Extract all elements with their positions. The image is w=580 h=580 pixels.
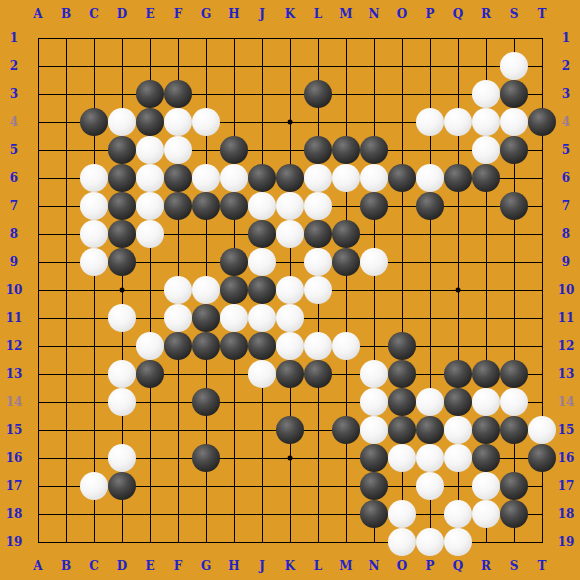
intersection[interactable] [276, 472, 304, 500]
intersection[interactable] [416, 500, 444, 528]
white-stone [332, 332, 360, 360]
intersection[interactable] [528, 248, 556, 276]
intersection[interactable] [220, 416, 248, 444]
intersection[interactable] [192, 416, 220, 444]
white-stone [304, 276, 332, 304]
black-stone [332, 136, 360, 164]
intersection[interactable] [164, 220, 192, 248]
black-stone [108, 248, 136, 276]
black-stone [500, 192, 528, 220]
intersection[interactable] [416, 360, 444, 388]
intersection[interactable] [52, 416, 80, 444]
intersection[interactable] [136, 444, 164, 472]
column-label-top: F [174, 8, 183, 20]
intersection[interactable] [528, 388, 556, 416]
intersection[interactable] [332, 108, 360, 136]
intersection[interactable] [276, 500, 304, 528]
intersection[interactable] [136, 52, 164, 80]
intersection[interactable] [136, 276, 164, 304]
intersection[interactable] [164, 444, 192, 472]
intersection[interactable] [52, 164, 80, 192]
intersection[interactable] [388, 136, 416, 164]
intersection[interactable] [248, 52, 276, 80]
intersection[interactable] [360, 108, 388, 136]
intersection[interactable] [220, 388, 248, 416]
intersection[interactable] [80, 80, 108, 108]
intersection[interactable] [80, 52, 108, 80]
intersection[interactable] [220, 472, 248, 500]
intersection[interactable] [332, 388, 360, 416]
black-stone [528, 108, 556, 136]
intersection[interactable] [52, 276, 80, 304]
row-label-left: 11 [6, 312, 23, 324]
white-stone [108, 108, 136, 136]
intersection[interactable] [248, 108, 276, 136]
intersection[interactable] [332, 444, 360, 472]
intersection[interactable] [416, 332, 444, 360]
intersection[interactable] [360, 276, 388, 304]
row-label-right: 5 [562, 144, 570, 156]
intersection[interactable] [52, 220, 80, 248]
intersection[interactable] [136, 472, 164, 500]
intersection[interactable] [248, 472, 276, 500]
intersection[interactable] [304, 52, 332, 80]
intersection[interactable] [360, 304, 388, 332]
black-stone [248, 276, 276, 304]
intersection[interactable] [444, 304, 472, 332]
intersection[interactable] [444, 276, 472, 304]
white-stone [136, 220, 164, 248]
black-stone [192, 192, 220, 220]
intersection[interactable] [164, 472, 192, 500]
column-label-bottom: H [228, 560, 239, 572]
intersection[interactable] [500, 164, 528, 192]
intersection[interactable] [248, 24, 276, 52]
intersection[interactable] [220, 360, 248, 388]
intersection[interactable] [416, 80, 444, 108]
intersection[interactable] [416, 304, 444, 332]
intersection[interactable] [52, 304, 80, 332]
white-stone [80, 220, 108, 248]
intersection[interactable] [472, 24, 500, 52]
black-stone [332, 248, 360, 276]
intersection[interactable] [80, 388, 108, 416]
intersection[interactable] [500, 332, 528, 360]
intersection[interactable] [416, 220, 444, 248]
intersection[interactable] [52, 80, 80, 108]
intersection[interactable] [192, 248, 220, 276]
intersection[interactable] [80, 528, 108, 556]
go-board[interactable]: AABBCCDDEEFFGGHHJJKKLLMMNNOOPPQQRRSSTT11… [0, 0, 580, 580]
black-stone [444, 164, 472, 192]
intersection[interactable] [248, 500, 276, 528]
intersection[interactable] [500, 220, 528, 248]
intersection[interactable] [108, 52, 136, 80]
intersection[interactable] [164, 52, 192, 80]
intersection[interactable] [52, 472, 80, 500]
intersection[interactable] [444, 248, 472, 276]
intersection[interactable] [108, 80, 136, 108]
intersection[interactable] [416, 136, 444, 164]
intersection[interactable] [360, 52, 388, 80]
intersection[interactable] [388, 80, 416, 108]
intersection[interactable] [332, 192, 360, 220]
white-stone [80, 472, 108, 500]
column-label-bottom: M [339, 560, 352, 572]
intersection[interactable] [24, 444, 52, 472]
intersection[interactable] [24, 52, 52, 80]
black-stone [472, 164, 500, 192]
white-stone [248, 192, 276, 220]
intersection[interactable] [164, 528, 192, 556]
intersection[interactable] [52, 136, 80, 164]
intersection[interactable] [108, 332, 136, 360]
intersection[interactable] [388, 24, 416, 52]
column-label-bottom: E [145, 560, 154, 572]
column-label-bottom: O [397, 560, 407, 572]
intersection[interactable] [220, 500, 248, 528]
intersection[interactable] [192, 472, 220, 500]
intersection[interactable] [24, 388, 52, 416]
intersection[interactable] [472, 304, 500, 332]
white-stone [472, 108, 500, 136]
column-label-top: J [259, 8, 265, 20]
intersection[interactable] [220, 220, 248, 248]
intersection[interactable] [500, 24, 528, 52]
black-stone [416, 192, 444, 220]
row-label-right: 16 [558, 452, 575, 464]
column-label-top: O [397, 8, 407, 20]
intersection[interactable] [360, 220, 388, 248]
intersection[interactable] [24, 164, 52, 192]
intersection[interactable] [80, 332, 108, 360]
intersection[interactable] [108, 416, 136, 444]
intersection[interactable] [52, 332, 80, 360]
intersection[interactable] [220, 528, 248, 556]
black-stone [108, 136, 136, 164]
white-stone [276, 304, 304, 332]
intersection[interactable] [528, 500, 556, 528]
intersection[interactable] [332, 360, 360, 388]
white-stone [108, 388, 136, 416]
black-stone [80, 108, 108, 136]
intersection[interactable] [500, 276, 528, 304]
intersection[interactable] [332, 304, 360, 332]
intersection[interactable] [388, 276, 416, 304]
intersection[interactable] [192, 80, 220, 108]
intersection[interactable] [248, 80, 276, 108]
intersection[interactable] [388, 192, 416, 220]
white-stone [164, 276, 192, 304]
intersection[interactable] [332, 500, 360, 528]
intersection[interactable] [528, 52, 556, 80]
intersection[interactable] [52, 360, 80, 388]
intersection[interactable] [248, 388, 276, 416]
row-label-left: 12 [6, 340, 23, 352]
white-stone [360, 248, 388, 276]
intersection[interactable] [528, 220, 556, 248]
intersection[interactable] [304, 500, 332, 528]
intersection[interactable] [24, 192, 52, 220]
intersection[interactable] [80, 304, 108, 332]
black-stone [360, 192, 388, 220]
white-stone [304, 164, 332, 192]
intersection[interactable] [276, 528, 304, 556]
intersection[interactable] [52, 500, 80, 528]
intersection[interactable] [80, 24, 108, 52]
intersection[interactable] [444, 220, 472, 248]
intersection[interactable] [108, 500, 136, 528]
intersection[interactable] [80, 136, 108, 164]
intersection[interactable] [304, 472, 332, 500]
column-label-bottom: G [201, 560, 211, 572]
intersection[interactable] [528, 80, 556, 108]
intersection[interactable] [500, 528, 528, 556]
white-stone [528, 416, 556, 444]
intersection[interactable] [304, 24, 332, 52]
intersection[interactable] [276, 80, 304, 108]
intersection[interactable] [136, 304, 164, 332]
intersection[interactable] [136, 416, 164, 444]
intersection[interactable] [444, 332, 472, 360]
intersection[interactable] [248, 528, 276, 556]
intersection[interactable] [332, 52, 360, 80]
intersection[interactable] [528, 192, 556, 220]
column-label-top: H [228, 8, 239, 20]
intersection[interactable] [444, 24, 472, 52]
white-stone [220, 304, 248, 332]
intersection[interactable] [52, 108, 80, 136]
black-stone [108, 164, 136, 192]
intersection[interactable] [444, 192, 472, 220]
intersection[interactable] [304, 444, 332, 472]
intersection[interactable] [472, 192, 500, 220]
intersection[interactable] [276, 248, 304, 276]
intersection[interactable] [192, 500, 220, 528]
intersection[interactable] [528, 164, 556, 192]
row-label-right: 10 [558, 284, 575, 296]
intersection[interactable] [220, 444, 248, 472]
intersection[interactable] [276, 444, 304, 472]
intersection[interactable] [500, 248, 528, 276]
intersection[interactable] [472, 528, 500, 556]
intersection[interactable] [24, 80, 52, 108]
intersection[interactable] [304, 108, 332, 136]
intersection[interactable] [164, 500, 192, 528]
intersection[interactable] [472, 248, 500, 276]
intersection[interactable] [108, 276, 136, 304]
column-label-top: D [117, 8, 127, 20]
intersection[interactable] [52, 528, 80, 556]
intersection[interactable] [24, 220, 52, 248]
intersection[interactable] [472, 332, 500, 360]
column-label-bottom: B [61, 560, 71, 572]
intersection[interactable] [304, 528, 332, 556]
black-stone [360, 500, 388, 528]
intersection[interactable] [136, 528, 164, 556]
intersection[interactable] [528, 528, 556, 556]
intersection[interactable] [444, 136, 472, 164]
intersection[interactable] [52, 388, 80, 416]
intersection[interactable] [472, 52, 500, 80]
intersection[interactable] [276, 24, 304, 52]
intersection[interactable] [388, 248, 416, 276]
intersection[interactable] [528, 24, 556, 52]
white-stone [500, 388, 528, 416]
black-stone [220, 248, 248, 276]
intersection[interactable] [108, 528, 136, 556]
intersection[interactable] [192, 136, 220, 164]
white-stone [444, 528, 472, 556]
intersection[interactable] [108, 24, 136, 52]
intersection[interactable] [528, 472, 556, 500]
intersection[interactable] [276, 388, 304, 416]
intersection[interactable] [332, 24, 360, 52]
intersection[interactable] [388, 472, 416, 500]
white-stone [192, 108, 220, 136]
intersection[interactable] [248, 136, 276, 164]
black-stone [192, 332, 220, 360]
intersection[interactable] [24, 416, 52, 444]
intersection[interactable] [332, 472, 360, 500]
row-label-left: 18 [6, 508, 23, 520]
black-stone [304, 360, 332, 388]
intersection[interactable] [528, 360, 556, 388]
intersection[interactable] [164, 360, 192, 388]
intersection[interactable] [360, 80, 388, 108]
intersection[interactable] [192, 220, 220, 248]
row-label-left: 19 [6, 536, 23, 548]
intersection[interactable] [388, 52, 416, 80]
intersection[interactable] [52, 52, 80, 80]
intersection[interactable] [24, 528, 52, 556]
intersection[interactable] [276, 108, 304, 136]
black-stone [388, 332, 416, 360]
intersection[interactable] [52, 24, 80, 52]
intersection[interactable] [444, 80, 472, 108]
intersection[interactable] [388, 108, 416, 136]
intersection[interactable] [24, 472, 52, 500]
intersection[interactable] [136, 24, 164, 52]
intersection[interactable] [164, 388, 192, 416]
intersection[interactable] [276, 136, 304, 164]
intersection[interactable] [24, 24, 52, 52]
intersection[interactable] [164, 24, 192, 52]
white-stone [304, 248, 332, 276]
intersection[interactable] [248, 416, 276, 444]
column-label-top: C [89, 8, 99, 20]
intersection[interactable] [220, 108, 248, 136]
intersection[interactable] [276, 52, 304, 80]
intersection[interactable] [136, 500, 164, 528]
intersection[interactable] [416, 24, 444, 52]
intersection[interactable] [220, 52, 248, 80]
intersection[interactable] [52, 192, 80, 220]
intersection[interactable] [472, 276, 500, 304]
intersection[interactable] [24, 500, 52, 528]
intersection[interactable] [388, 304, 416, 332]
row-label-right: 14 [558, 396, 575, 408]
intersection[interactable] [444, 52, 472, 80]
intersection[interactable] [500, 444, 528, 472]
intersection[interactable] [192, 528, 220, 556]
white-stone [472, 472, 500, 500]
column-label-bottom: A [33, 560, 42, 572]
intersection[interactable] [332, 276, 360, 304]
intersection[interactable] [80, 276, 108, 304]
black-stone [472, 360, 500, 388]
intersection[interactable] [80, 500, 108, 528]
intersection[interactable] [360, 528, 388, 556]
intersection[interactable] [528, 276, 556, 304]
black-stone [528, 444, 556, 472]
intersection[interactable] [416, 52, 444, 80]
black-stone [248, 332, 276, 360]
intersection[interactable] [24, 360, 52, 388]
intersection[interactable] [192, 52, 220, 80]
intersection[interactable] [52, 248, 80, 276]
intersection[interactable] [24, 248, 52, 276]
intersection[interactable] [164, 416, 192, 444]
intersection[interactable] [416, 248, 444, 276]
intersection[interactable] [248, 444, 276, 472]
black-stone [360, 472, 388, 500]
intersection[interactable] [220, 80, 248, 108]
intersection[interactable] [24, 136, 52, 164]
row-label-left: 9 [10, 256, 18, 268]
intersection[interactable] [332, 80, 360, 108]
white-stone [500, 52, 528, 80]
intersection[interactable] [24, 276, 52, 304]
black-stone [164, 332, 192, 360]
intersection[interactable] [388, 220, 416, 248]
intersection[interactable] [24, 332, 52, 360]
white-stone [108, 304, 136, 332]
intersection[interactable] [24, 108, 52, 136]
intersection[interactable] [332, 528, 360, 556]
intersection[interactable] [52, 444, 80, 472]
intersection[interactable] [360, 24, 388, 52]
intersection[interactable] [80, 416, 108, 444]
intersection[interactable] [136, 248, 164, 276]
intersection[interactable] [136, 388, 164, 416]
intersection[interactable] [192, 24, 220, 52]
intersection[interactable] [220, 24, 248, 52]
intersection[interactable] [80, 444, 108, 472]
intersection[interactable] [80, 360, 108, 388]
intersection[interactable] [444, 472, 472, 500]
intersection[interactable] [304, 416, 332, 444]
intersection[interactable] [164, 248, 192, 276]
intersection[interactable] [528, 332, 556, 360]
row-label-right: 12 [558, 340, 575, 352]
intersection[interactable] [528, 136, 556, 164]
intersection[interactable] [472, 220, 500, 248]
intersection[interactable] [360, 332, 388, 360]
intersection[interactable] [416, 276, 444, 304]
intersection[interactable] [304, 304, 332, 332]
intersection[interactable] [500, 304, 528, 332]
intersection[interactable] [24, 304, 52, 332]
column-label-top: N [369, 8, 380, 20]
black-stone [304, 80, 332, 108]
black-stone [500, 416, 528, 444]
intersection[interactable] [528, 304, 556, 332]
column-label-bottom: R [481, 560, 491, 572]
white-stone [360, 388, 388, 416]
intersection[interactable] [192, 360, 220, 388]
intersection[interactable] [304, 388, 332, 416]
